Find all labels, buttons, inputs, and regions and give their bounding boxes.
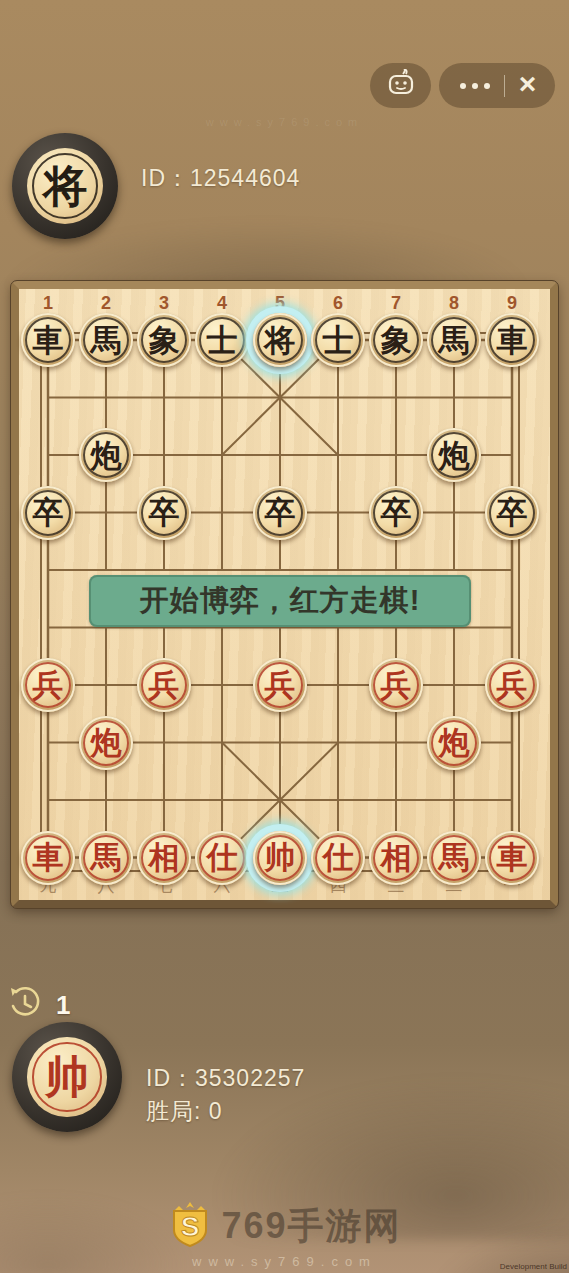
piece-士-black[interactable]: 士 <box>195 313 249 367</box>
piece-兵-red[interactable]: 兵 <box>137 658 191 712</box>
piece-馬-black[interactable]: 馬 <box>427 313 481 367</box>
piece-炮-red[interactable]: 炮 <box>79 716 133 770</box>
piece-馬-black[interactable]: 馬 <box>79 313 133 367</box>
piece-兵-red[interactable]: 兵 <box>369 658 423 712</box>
site-name: 769手游网 <box>221 1202 401 1251</box>
piece-glyph: 兵 <box>149 670 180 701</box>
piece-兵-red[interactable]: 兵 <box>253 658 307 712</box>
piece-glyph: 卒 <box>381 497 412 528</box>
piece-glyph: 車 <box>497 325 528 356</box>
piece-卒-black[interactable]: 卒 <box>485 486 539 540</box>
piece-炮-red[interactable]: 炮 <box>427 716 481 770</box>
piece-卒-black[interactable]: 卒 <box>253 486 307 540</box>
board-point: 車 <box>19 311 77 369</box>
game-screen: www.sy769.com × 将 ID：12544604 <box>0 0 569 1273</box>
player-avatar: 帅 <box>12 1022 122 1132</box>
piece-将-black[interactable]: 将 <box>253 313 307 367</box>
site-watermark: S 769手游网 www.sy769.com <box>0 1200 569 1269</box>
piece-士-black[interactable]: 士 <box>311 313 365 367</box>
close-button[interactable]: × <box>519 69 537 99</box>
piece-兵-red[interactable]: 兵 <box>21 658 75 712</box>
board-point: 馬 <box>77 311 135 369</box>
opponent-id: ID：12544604 <box>141 163 300 194</box>
piece-glyph: 車 <box>497 842 528 873</box>
piece-glyph: 卒 <box>149 497 180 528</box>
undo-count: 1 <box>56 990 70 1021</box>
piece-glyph: 帅 <box>265 842 296 873</box>
board-point: 卒 <box>483 484 541 542</box>
board-point: 炮 <box>425 426 483 484</box>
board-point: 馬 <box>77 829 135 887</box>
piece-車-red[interactable]: 車 <box>485 831 539 885</box>
piece-兵-red[interactable]: 兵 <box>485 658 539 712</box>
piece-glyph: 相 <box>381 842 412 873</box>
board-point: 車 <box>483 311 541 369</box>
piece-glyph: 炮 <box>439 440 470 471</box>
piece-卒-black[interactable]: 卒 <box>369 486 423 540</box>
board-point: 相 <box>367 829 425 887</box>
undo-counter[interactable]: 1 <box>8 986 70 1024</box>
opponent-avatar-piece: 将 <box>43 164 87 208</box>
dev-build-label: Development Build <box>500 1262 567 1271</box>
history-icon <box>8 986 42 1024</box>
board-point: 象 <box>135 311 193 369</box>
board-point: 士 <box>309 311 367 369</box>
board-point: 帅 <box>251 829 309 887</box>
piece-glyph: 兵 <box>265 670 296 701</box>
board-point: 相 <box>135 829 193 887</box>
piece-炮-black[interactable]: 炮 <box>79 428 133 482</box>
piece-glyph: 炮 <box>91 727 122 758</box>
piece-glyph: 将 <box>265 325 296 356</box>
piece-炮-black[interactable]: 炮 <box>427 428 481 482</box>
piece-glyph: 兵 <box>381 670 412 701</box>
more-button[interactable] <box>460 83 490 89</box>
piece-glyph: 卒 <box>265 497 296 528</box>
piece-glyph: 馬 <box>91 842 122 873</box>
piece-glyph: 車 <box>33 842 64 873</box>
piece-仕-red[interactable]: 仕 <box>311 831 365 885</box>
piece-馬-red[interactable]: 馬 <box>427 831 481 885</box>
watermark-url-top: www.sy769.com <box>0 116 569 128</box>
board-point: 炮 <box>77 714 135 772</box>
piece-相-red[interactable]: 相 <box>137 831 191 885</box>
board-point: 士 <box>193 311 251 369</box>
piece-glyph: 車 <box>33 325 64 356</box>
piece-glyph: 象 <box>149 325 180 356</box>
piece-glyph: 炮 <box>91 440 122 471</box>
site-logo-icon: S <box>167 1200 213 1252</box>
board-point: 卒 <box>251 484 309 542</box>
board-point: 卒 <box>19 484 77 542</box>
player-wins: 胜局: 0 <box>146 1096 223 1127</box>
piece-glyph: 相 <box>149 842 180 873</box>
piece-glyph: 卒 <box>497 497 528 528</box>
gamepad-icon <box>384 69 418 103</box>
board-point: 兵 <box>135 656 193 714</box>
board-point: 炮 <box>425 714 483 772</box>
board-point: 炮 <box>77 426 135 484</box>
piece-象-black[interactable]: 象 <box>137 313 191 367</box>
turn-banner: 开始博弈，红方走棋! <box>89 575 471 627</box>
piece-車-black[interactable]: 車 <box>21 313 75 367</box>
board-point: 卒 <box>135 484 193 542</box>
piece-glyph: 兵 <box>497 670 528 701</box>
board-point: 兵 <box>367 656 425 714</box>
site-url: www.sy769.com <box>192 1254 377 1269</box>
piece-glyph: 仕 <box>207 842 238 873</box>
board-point: 将 <box>251 311 309 369</box>
board-point: 象 <box>367 311 425 369</box>
board-point: 兵 <box>251 656 309 714</box>
player-avatar-piece: 帅 <box>45 1055 89 1099</box>
piece-相-red[interactable]: 相 <box>369 831 423 885</box>
game-center-button[interactable] <box>370 63 431 108</box>
piece-馬-red[interactable]: 馬 <box>79 831 133 885</box>
piece-仕-red[interactable]: 仕 <box>195 831 249 885</box>
piece-glyph: 象 <box>381 325 412 356</box>
capsule-divider <box>504 75 505 97</box>
opponent-avatar: 将 <box>12 133 118 239</box>
piece-glyph: 馬 <box>91 325 122 356</box>
piece-glyph: 馬 <box>439 842 470 873</box>
board-point: 馬 <box>425 829 483 887</box>
board-point: 仕 <box>309 829 367 887</box>
piece-glyph: 士 <box>207 325 238 356</box>
xiangqi-board[interactable]: 123456789 九八七六五四三二一 車馬象士将士象馬車炮炮卒卒卒卒卒兵兵兵兵… <box>11 281 558 908</box>
window-controls: × <box>439 63 555 108</box>
piece-車-black[interactable]: 車 <box>485 313 539 367</box>
board-point: 車 <box>19 829 77 887</box>
piece-glyph: 卒 <box>33 497 64 528</box>
piece-glyph: 兵 <box>33 670 64 701</box>
piece-卒-black[interactable]: 卒 <box>137 486 191 540</box>
board-point: 卒 <box>367 484 425 542</box>
board-point: 車 <box>483 829 541 887</box>
player-id: ID：35302257 <box>146 1063 305 1094</box>
svg-text:S: S <box>181 1211 200 1242</box>
piece-車-red[interactable]: 車 <box>21 831 75 885</box>
piece-glyph: 馬 <box>439 325 470 356</box>
board-point: 兵 <box>483 656 541 714</box>
piece-glyph: 士 <box>323 325 354 356</box>
piece-glyph: 仕 <box>323 842 354 873</box>
piece-象-black[interactable]: 象 <box>369 313 423 367</box>
board-point: 兵 <box>19 656 77 714</box>
board-point: 仕 <box>193 829 251 887</box>
piece-卒-black[interactable]: 卒 <box>21 486 75 540</box>
piece-帅-red[interactable]: 帅 <box>253 831 307 885</box>
board-point: 馬 <box>425 311 483 369</box>
piece-glyph: 炮 <box>439 727 470 758</box>
